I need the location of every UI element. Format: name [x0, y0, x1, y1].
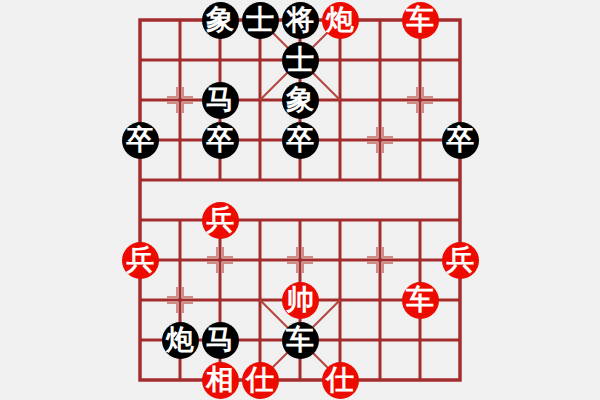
piece-red-chariot[interactable]: 车	[402, 2, 439, 39]
piece-red-advisor[interactable]: 仕	[242, 362, 279, 399]
piece-black-soldier[interactable]: 卒	[282, 122, 319, 159]
piece-black-elephant[interactable]: 象	[202, 2, 239, 39]
piece-red-advisor[interactable]: 仕	[322, 362, 359, 399]
piece-black-cannon[interactable]: 炮	[162, 322, 199, 359]
piece-black-horse[interactable]: 马	[202, 322, 239, 359]
piece-black-chariot[interactable]: 车	[282, 322, 319, 359]
xiangqi-board: 象士将炮车士马象卒卒卒卒兵兵兵帅车炮马车相仕仕	[0, 0, 600, 400]
piece-black-soldier[interactable]: 卒	[442, 122, 479, 159]
piece-red-soldier[interactable]: 兵	[122, 242, 159, 279]
piece-black-horse[interactable]: 马	[202, 82, 239, 119]
piece-red-chariot[interactable]: 车	[402, 282, 439, 319]
piece-black-advisor[interactable]: 士	[242, 2, 279, 39]
piece-black-elephant[interactable]: 象	[282, 82, 319, 119]
piece-black-soldier[interactable]: 卒	[202, 122, 239, 159]
piece-black-general[interactable]: 将	[282, 2, 319, 39]
piece-red-elephant[interactable]: 相	[202, 362, 239, 399]
piece-red-general[interactable]: 帅	[282, 282, 319, 319]
piece-red-soldier[interactable]: 兵	[442, 242, 479, 279]
piece-red-soldier[interactable]: 兵	[202, 202, 239, 239]
piece-black-advisor[interactable]: 士	[282, 42, 319, 79]
piece-red-cannon[interactable]: 炮	[322, 2, 359, 39]
piece-black-soldier[interactable]: 卒	[122, 122, 159, 159]
